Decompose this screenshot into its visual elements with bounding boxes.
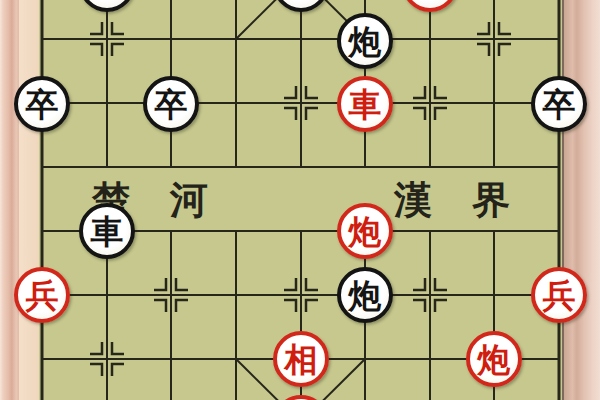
piece-black-車[interactable]: 車 bbox=[79, 203, 135, 259]
piece-glyph: 兵 bbox=[543, 279, 576, 312]
piece-glyph: 炮 bbox=[349, 279, 382, 312]
piece-glyph: 卒 bbox=[26, 88, 59, 121]
piece-black-卒[interactable]: 卒 bbox=[14, 76, 70, 132]
xiangqi-board: 楚河 漢界 炮卒卒車卒車炮兵炮兵相炮 bbox=[0, 0, 600, 400]
piece-red-炮[interactable]: 炮 bbox=[337, 203, 393, 259]
piece-glyph: 兵 bbox=[26, 279, 59, 312]
piece-glyph: 車 bbox=[349, 88, 382, 121]
piece-glyph: 車 bbox=[91, 215, 124, 248]
wood-frame-left-bevel bbox=[19, 0, 39, 400]
piece-black-卒[interactable]: 卒 bbox=[531, 76, 587, 132]
river-label-right: 漢界 bbox=[394, 181, 550, 219]
piece-glyph: 炮 bbox=[349, 215, 382, 248]
piece-black-卒[interactable]: 卒 bbox=[143, 76, 199, 132]
piece-glyph: 相 bbox=[285, 343, 318, 376]
piece-red-兵[interactable]: 兵 bbox=[531, 267, 587, 323]
piece-glyph: 炮 bbox=[349, 25, 382, 58]
piece-glyph: 卒 bbox=[543, 88, 576, 121]
piece-glyph: 炮 bbox=[478, 343, 511, 376]
piece-red-相[interactable]: 相 bbox=[273, 331, 329, 387]
piece-red-兵[interactable]: 兵 bbox=[14, 267, 70, 323]
wood-frame-right bbox=[562, 0, 600, 400]
piece-black-炮[interactable]: 炮 bbox=[337, 13, 393, 69]
piece-red-炮[interactable]: 炮 bbox=[466, 331, 522, 387]
piece-glyph: 卒 bbox=[155, 88, 188, 121]
wood-frame-left bbox=[0, 0, 19, 400]
piece-black-炮[interactable]: 炮 bbox=[337, 267, 393, 323]
piece-red-車[interactable]: 車 bbox=[337, 76, 393, 132]
